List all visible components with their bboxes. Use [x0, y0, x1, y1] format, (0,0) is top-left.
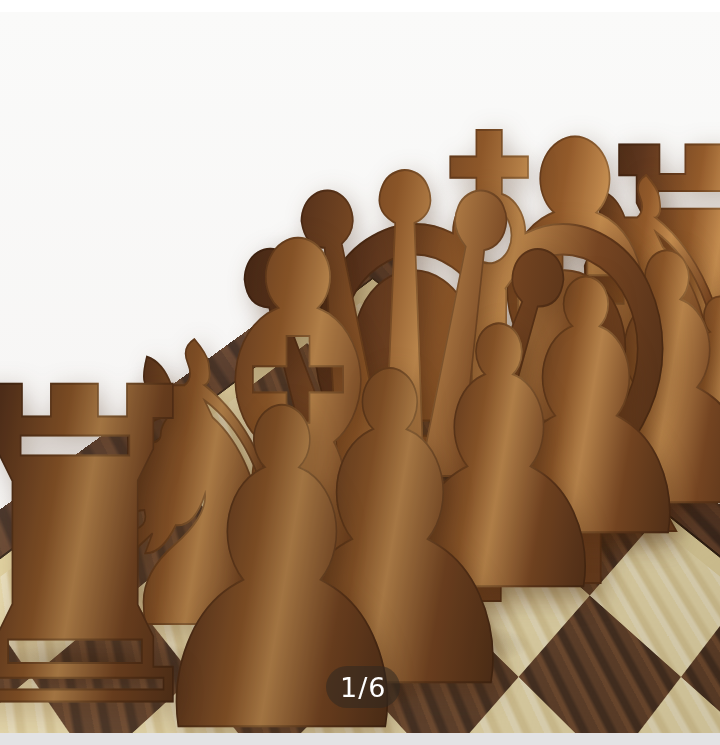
screenshot-root: ♜♞♝♟♛♟♚♟♝♟♞♟♜♟ 1/6	[0, 0, 720, 745]
bottom-gray-bar	[0, 733, 720, 745]
carousel-product-photo[interactable]: ♜♞♝♟♛♟♚♟♝♟♞♟♜♟ 1/6	[0, 12, 720, 733]
image-counter-text: 1/6	[340, 672, 386, 703]
piece-rook-a1: ♜	[0, 333, 231, 733]
image-counter-badge: 1/6	[326, 666, 400, 708]
top-white-bar	[0, 0, 720, 12]
